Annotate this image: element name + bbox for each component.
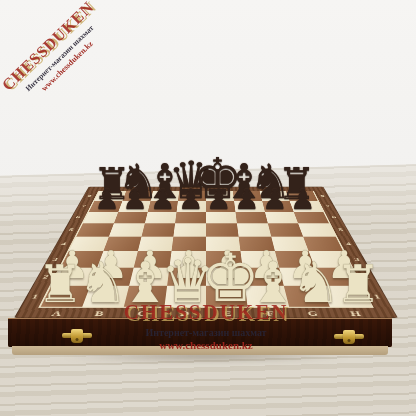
square-f6 xyxy=(235,212,267,224)
square-c6 xyxy=(144,212,176,224)
square-b2 xyxy=(90,267,133,285)
square-g6 xyxy=(265,212,299,224)
square-f3 xyxy=(240,251,278,267)
square-c5 xyxy=(141,224,175,237)
square-h8 xyxy=(286,191,318,201)
square-a6 xyxy=(83,212,118,224)
square-g8 xyxy=(259,191,289,201)
square-h6 xyxy=(294,212,329,224)
square-f8 xyxy=(233,191,262,201)
chess-box-lower-shell xyxy=(12,346,388,355)
square-d4 xyxy=(172,237,206,252)
square-b7 xyxy=(118,201,150,212)
file-label-d: D xyxy=(163,310,206,317)
square-c1 xyxy=(123,286,167,307)
square-c7 xyxy=(147,201,178,212)
square-h1 xyxy=(322,286,371,307)
square-b1 xyxy=(82,286,129,307)
square-e6 xyxy=(206,212,237,224)
square-h3 xyxy=(309,251,352,267)
brass-latch-right xyxy=(334,330,364,344)
square-f5 xyxy=(237,224,271,237)
square-e7 xyxy=(206,201,235,212)
square-h2 xyxy=(315,267,361,285)
square-e2 xyxy=(206,267,245,285)
square-a5 xyxy=(76,224,113,237)
square-f2 xyxy=(242,267,283,285)
square-d3 xyxy=(170,251,206,267)
square-e8 xyxy=(206,191,234,201)
file-label-a: A xyxy=(34,310,80,317)
square-e1 xyxy=(206,286,247,307)
brass-latch-left xyxy=(62,329,92,343)
square-d5 xyxy=(174,224,206,237)
file-label-b: B xyxy=(77,310,122,317)
square-b6 xyxy=(114,212,148,224)
square-c8 xyxy=(150,191,179,201)
square-h5 xyxy=(298,224,335,237)
square-f1 xyxy=(245,286,289,307)
square-b5 xyxy=(109,224,145,237)
square-b4 xyxy=(103,237,141,252)
square-b3 xyxy=(97,251,137,267)
square-f4 xyxy=(238,237,274,252)
square-a7 xyxy=(89,201,122,212)
file-label-g: G xyxy=(290,310,335,317)
file-label-f: F xyxy=(248,310,292,317)
file-label-h: H xyxy=(332,310,378,317)
square-g5 xyxy=(268,224,304,237)
square-e4 xyxy=(206,237,240,252)
latch-pin-icon xyxy=(76,338,79,341)
square-d8 xyxy=(178,191,206,201)
square-h4 xyxy=(303,237,343,252)
square-g7 xyxy=(262,201,294,212)
square-e5 xyxy=(206,224,238,237)
square-c2 xyxy=(129,267,170,285)
square-d6 xyxy=(175,212,206,224)
square-h7 xyxy=(290,201,323,212)
square-d1 xyxy=(165,286,206,307)
square-b8 xyxy=(122,191,152,201)
chess-set-photo: ABCDEFGH 12345678 12345678 ♜♞♝♛♚♝♞♜♟♟♟♟♟… xyxy=(0,0,416,416)
file-label-c: C xyxy=(120,310,164,317)
square-f7 xyxy=(234,201,265,212)
latch-pin-icon xyxy=(348,339,351,342)
file-labels: ABCDEFGH xyxy=(33,308,379,318)
square-e3 xyxy=(206,251,242,267)
file-label-e: E xyxy=(206,310,249,317)
square-c4 xyxy=(137,237,173,252)
square-d7 xyxy=(177,201,206,212)
square-c3 xyxy=(133,251,171,267)
square-a8 xyxy=(94,191,126,201)
square-d2 xyxy=(167,267,206,285)
